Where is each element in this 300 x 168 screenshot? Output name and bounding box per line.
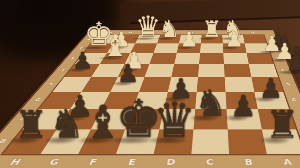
piece-black-knight-g8[interactable]: ♞	[40, 104, 94, 141]
piece-white-pawn-b2[interactable]: ♟	[217, 30, 251, 49]
scene: HHGGFFEEDDCCBBAA1122334455667788♚♛♜♞♞♝♟♟…	[0, 0, 300, 168]
file-label-bottom-e: E	[121, 158, 143, 166]
board-plane: HHGGFFEEDDCCBBAA1122334455667788♚♛♜♞♞♝♟♟…	[0, 30, 300, 168]
square-c3[interactable]	[199, 53, 224, 64]
file-label-bottom-d: D	[161, 158, 182, 166]
square-b4[interactable]	[224, 64, 251, 77]
file-label-bottom-f: F	[82, 158, 105, 166]
file-label-bottom-b: B	[239, 158, 259, 166]
file-label-bottom-a: A	[277, 158, 299, 166]
square-d3[interactable]	[174, 53, 200, 64]
piece-black-rook-a8[interactable]: ♜	[255, 106, 300, 141]
square-b3[interactable]	[223, 53, 249, 64]
piece-black-pawn-h4[interactable]: ♟	[63, 49, 102, 70]
photo-frame: HHGGFFEEDDCCBBAA1122334455667788♚♛♜♞♞♝♟♟…	[0, 0, 300, 168]
file-label-bottom-h: H	[3, 158, 28, 166]
piece-black-queen-d8[interactable]: ♛	[148, 96, 202, 141]
captured-black-bishop-4[interactable]: ♝	[277, 43, 300, 73]
file-label-bottom-g: G	[42, 158, 66, 166]
piece-black-pawn-f5[interactable]: ♟	[107, 61, 149, 84]
file-label-bottom-c: C	[200, 158, 220, 166]
piece-white-pawn-d2[interactable]: ♟	[172, 30, 206, 49]
